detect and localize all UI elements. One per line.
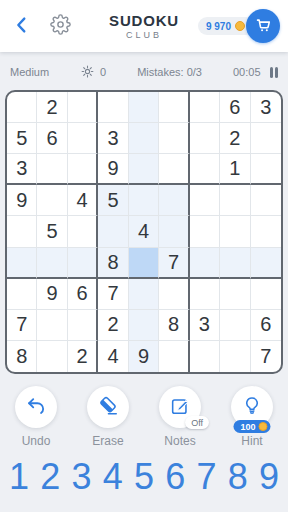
back-chevron-icon — [11, 14, 33, 39]
cell-r3c2[interactable] — [37, 154, 67, 185]
cell-r7c9[interactable] — [251, 279, 281, 310]
cell-r9c8[interactable] — [220, 341, 250, 372]
coins-amount: 9 970 — [206, 21, 231, 32]
cell-r6c8[interactable] — [220, 248, 250, 279]
app-title-block: SUDOKU CLUB — [109, 13, 179, 40]
cell-r9c3[interactable]: 2 — [68, 341, 98, 372]
cell-r9c5[interactable]: 9 — [129, 341, 159, 372]
cell-r5c4[interactable] — [98, 216, 128, 247]
cell-r6c5[interactable] — [129, 248, 159, 279]
toolbar: Undo Erase Off — [0, 386, 288, 448]
cell-r7c2[interactable]: 9 — [37, 279, 67, 310]
cell-r6c6[interactable]: 7 — [159, 248, 189, 279]
timer-value: 00:05 — [233, 66, 261, 78]
eraser-icon — [97, 395, 119, 420]
notes-label: Notes — [164, 434, 195, 448]
cell-r6c7[interactable] — [190, 248, 220, 279]
hint-label: Hint — [241, 434, 262, 448]
cell-r3c6[interactable] — [159, 154, 189, 185]
cart-icon — [254, 15, 273, 37]
numpad-key-1[interactable]: 1 — [9, 459, 29, 495]
cell-r9c7[interactable] — [190, 341, 220, 372]
cell-r5c1[interactable] — [7, 216, 37, 247]
notes-button[interactable]: Off Notes — [144, 386, 216, 448]
cell-r9c2[interactable] — [37, 341, 67, 372]
cell-r1c5[interactable] — [129, 92, 159, 123]
erase-button[interactable]: Erase — [72, 386, 144, 448]
cell-r1c3[interactable] — [68, 92, 98, 123]
cell-r8c9[interactable]: 6 — [251, 310, 281, 341]
cell-r8c2[interactable] — [37, 310, 67, 341]
shop-button[interactable] — [246, 9, 280, 43]
cell-r1c7[interactable] — [190, 92, 220, 123]
cell-r4c8[interactable] — [220, 185, 250, 216]
undo-arrow-icon — [25, 395, 47, 420]
app-subtitle: CLUB — [109, 31, 179, 40]
numpad-key-3[interactable]: 3 — [71, 459, 91, 495]
cell-r5c6[interactable] — [159, 216, 189, 247]
cell-r2c3[interactable] — [68, 123, 98, 154]
cell-r2c5[interactable] — [129, 123, 159, 154]
numpad: 1 2 3 4 5 6 7 8 9 — [0, 459, 288, 495]
cell-r8c3[interactable] — [68, 310, 98, 341]
cell-r5c2[interactable]: 5 — [37, 216, 67, 247]
cell-r3c1[interactable]: 3 — [7, 154, 37, 185]
notes-toggle-badge: Off — [185, 416, 209, 429]
cell-r1c4[interactable] — [98, 92, 128, 123]
cell-r7c5[interactable] — [129, 279, 159, 310]
app-title: SUDOKU — [109, 13, 179, 28]
cell-r4c6[interactable] — [159, 185, 189, 216]
cell-r7c1[interactable] — [7, 279, 37, 310]
cell-r4c1[interactable]: 9 — [7, 185, 37, 216]
cell-r2c4[interactable]: 3 — [98, 123, 128, 154]
cell-r1c6[interactable] — [159, 92, 189, 123]
cell-r2c1[interactable]: 5 — [7, 123, 37, 154]
cell-r1c8[interactable]: 6 — [220, 92, 250, 123]
cell-r1c1[interactable] — [7, 92, 37, 123]
cell-r4c7[interactable] — [190, 185, 220, 216]
cell-r4c3[interactable]: 4 — [68, 185, 98, 216]
cell-r9c4[interactable]: 4 — [98, 341, 128, 372]
cell-r6c4[interactable]: 8 — [98, 248, 128, 279]
hint-cost-badge: 100 — [233, 420, 270, 433]
undo-button[interactable]: Undo — [0, 386, 72, 448]
hint-button[interactable]: 100 Hint — [216, 386, 288, 448]
cell-r3c9[interactable] — [251, 154, 281, 185]
cell-r9c6[interactable] — [159, 341, 189, 372]
coin-icon — [235, 21, 245, 31]
cell-r3c4[interactable]: 9 — [98, 154, 128, 185]
numpad-key-5[interactable]: 5 — [134, 459, 154, 495]
cell-r9c1[interactable]: 8 — [7, 341, 37, 372]
cell-r8c4[interactable]: 2 — [98, 310, 128, 341]
mistakes-label: Mistakes: 0/3 — [137, 66, 202, 78]
coin-icon — [259, 422, 268, 431]
cell-r7c8[interactable] — [220, 279, 250, 310]
gear-icon — [50, 14, 71, 38]
settings-button[interactable] — [46, 12, 74, 40]
cell-r2c7[interactable] — [190, 123, 220, 154]
cell-r5c5[interactable]: 4 — [129, 216, 159, 247]
cell-r6c3[interactable] — [68, 248, 98, 279]
sun-burst-icon — [80, 64, 95, 81]
cell-r1c9[interactable]: 3 — [251, 92, 281, 123]
cell-r4c2[interactable] — [37, 185, 67, 216]
cell-r7c6[interactable] — [159, 279, 189, 310]
cell-r2c8[interactable]: 2 — [220, 123, 250, 154]
numpad-key-8[interactable]: 8 — [228, 459, 248, 495]
cell-r3c8[interactable]: 1 — [220, 154, 250, 185]
numpad-key-9[interactable]: 9 — [259, 459, 279, 495]
cell-r8c7[interactable]: 3 — [190, 310, 220, 341]
cell-r2c2[interactable]: 6 — [37, 123, 67, 154]
pause-button[interactable] — [270, 67, 279, 78]
cell-r7c7[interactable] — [190, 279, 220, 310]
numpad-key-4[interactable]: 4 — [103, 459, 123, 495]
undo-label: Undo — [22, 434, 51, 448]
numpad-key-7[interactable]: 7 — [196, 459, 216, 495]
erase-label: Erase — [92, 434, 123, 448]
cell-r1c2[interactable]: 2 — [37, 92, 67, 123]
difficulty-label: Medium — [10, 66, 49, 78]
cell-r5c3[interactable] — [68, 216, 98, 247]
cell-r8c8[interactable] — [220, 310, 250, 341]
score-group: 0 — [80, 64, 106, 81]
cell-r6c2[interactable] — [37, 248, 67, 279]
cell-r7c4[interactable]: 7 — [98, 279, 128, 310]
cell-r4c9[interactable] — [251, 185, 281, 216]
cell-r8c5[interactable] — [129, 310, 159, 341]
cell-r3c7[interactable] — [190, 154, 220, 185]
cell-r4c5[interactable] — [129, 185, 159, 216]
cell-r7c3[interactable]: 6 — [68, 279, 98, 310]
cell-r2c6[interactable] — [159, 123, 189, 154]
cell-r2c9[interactable] — [251, 123, 281, 154]
cell-r6c9[interactable] — [251, 248, 281, 279]
sudoku-board: 263563239194554879677283682497 — [5, 90, 283, 374]
status-bar: Medium 0 Mistakes: 0/3 00:05 — [0, 52, 288, 86]
app-header: SUDOKU CLUB 9 970 — [0, 0, 288, 52]
numpad-key-2[interactable]: 2 — [40, 459, 60, 495]
cell-r8c1[interactable]: 7 — [7, 310, 37, 341]
cell-r5c8[interactable] — [220, 216, 250, 247]
lightbulb-icon — [241, 395, 263, 420]
cell-r4c4[interactable]: 5 — [98, 185, 128, 216]
cell-r5c9[interactable] — [251, 216, 281, 247]
cell-r9c9[interactable]: 7 — [251, 341, 281, 372]
cell-r5c7[interactable] — [190, 216, 220, 247]
cell-r3c5[interactable] — [129, 154, 159, 185]
numpad-key-6[interactable]: 6 — [165, 459, 185, 495]
score-value: 0 — [100, 66, 106, 78]
cell-r8c6[interactable]: 8 — [159, 310, 189, 341]
cell-r6c1[interactable] — [7, 248, 37, 279]
timer-group: 00:05 — [233, 66, 278, 78]
cell-r3c3[interactable] — [68, 154, 98, 185]
back-button[interactable] — [8, 12, 36, 40]
